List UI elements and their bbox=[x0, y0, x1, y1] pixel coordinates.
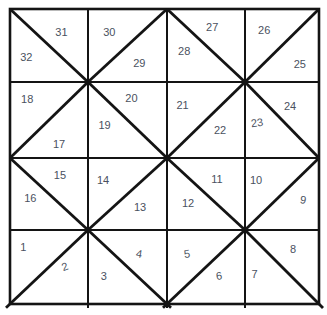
triangle-puzzle-canvas: 1234567891011121314151617181920212223242… bbox=[0, 0, 327, 315]
triangle-label-32: 32 bbox=[20, 52, 32, 63]
diagonal-line bbox=[10, 158, 88, 230]
triangle-label-24: 24 bbox=[284, 101, 296, 112]
triangle-label-13: 13 bbox=[134, 201, 146, 212]
triangle-label-28: 28 bbox=[178, 46, 190, 57]
triangle-label-15: 15 bbox=[54, 169, 66, 180]
triangle-label-27: 27 bbox=[206, 22, 218, 33]
triangle-label-8: 8 bbox=[290, 243, 296, 254]
triangle-label-11: 11 bbox=[211, 173, 222, 184]
triangle-label-10: 10 bbox=[250, 174, 262, 185]
triangle-label-3: 3 bbox=[101, 270, 107, 281]
triangle-label-12: 12 bbox=[182, 197, 194, 208]
triangle-label-5: 5 bbox=[183, 248, 191, 260]
triangle-label-14: 14 bbox=[97, 174, 109, 185]
diagonal-line bbox=[10, 9, 88, 82]
diagonal-line bbox=[88, 9, 167, 82]
board-lines bbox=[0, 0, 327, 315]
diagonal-line bbox=[167, 158, 245, 230]
diagonal-line bbox=[88, 158, 167, 230]
triangle-label-20: 20 bbox=[125, 92, 137, 103]
triangle-label-18: 18 bbox=[21, 94, 33, 105]
triangle-label-22: 22 bbox=[214, 124, 226, 135]
triangle-label-7: 7 bbox=[252, 269, 258, 280]
diagonal-line bbox=[163, 230, 245, 308]
diagonal-line bbox=[6, 230, 88, 308]
triangle-label-26: 26 bbox=[258, 25, 270, 36]
diagonal-line bbox=[245, 158, 319, 230]
triangle-label-1: 1 bbox=[20, 242, 26, 253]
diagonal-line bbox=[245, 9, 319, 82]
triangle-label-19: 19 bbox=[98, 119, 110, 130]
triangle-label-23: 23 bbox=[250, 117, 264, 130]
triangle-label-17: 17 bbox=[53, 138, 65, 149]
diagonal-line bbox=[167, 82, 245, 158]
triangle-label-25: 25 bbox=[294, 58, 306, 69]
triangle-label-30: 30 bbox=[103, 26, 115, 37]
triangle-label-16: 16 bbox=[24, 193, 36, 204]
triangle-label-31: 31 bbox=[55, 26, 67, 37]
triangle-label-21: 21 bbox=[176, 99, 188, 110]
triangle-label-29: 29 bbox=[133, 58, 145, 69]
